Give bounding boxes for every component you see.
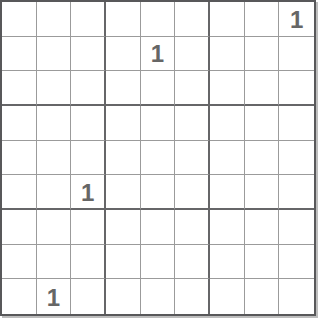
cell-r1c5[interactable] [141, 2, 176, 37]
cell-r6c1[interactable] [2, 175, 37, 210]
cell-r3c1[interactable] [2, 71, 37, 106]
cell-r5c7[interactable] [210, 141, 245, 176]
cell-r5c4[interactable] [106, 141, 141, 176]
cell-r5c2[interactable] [37, 141, 72, 176]
cell-r6c6[interactable] [175, 175, 210, 210]
cell-r9c3[interactable] [71, 279, 106, 314]
cell-r2c6[interactable] [175, 37, 210, 72]
cell-r9c7[interactable] [210, 279, 245, 314]
cell-r1c3[interactable] [71, 2, 106, 37]
cell-r3c7[interactable] [210, 71, 245, 106]
cell-r4c4[interactable] [106, 106, 141, 141]
cell-r1c4[interactable] [106, 2, 141, 37]
cell-r6c2[interactable] [37, 175, 72, 210]
cell-r8c6[interactable] [175, 245, 210, 280]
cell-r5c3[interactable] [71, 141, 106, 176]
cell-r7c5[interactable] [141, 210, 176, 245]
cell-r1c2[interactable] [37, 2, 72, 37]
cell-r4c1[interactable] [2, 106, 37, 141]
cell-r1c7[interactable] [210, 2, 245, 37]
cell-r9c1[interactable] [2, 279, 37, 314]
cell-r2c4[interactable] [106, 37, 141, 72]
cell-r2c8[interactable] [245, 37, 280, 72]
cell-r9c6[interactable] [175, 279, 210, 314]
cell-r2c3[interactable] [71, 37, 106, 72]
cell-r4c3[interactable] [71, 106, 106, 141]
cell-r7c3[interactable] [71, 210, 106, 245]
cell-r4c8[interactable] [245, 106, 280, 141]
cell-r7c7[interactable] [210, 210, 245, 245]
cell-r9c8[interactable] [245, 279, 280, 314]
cell-r6c4[interactable] [106, 175, 141, 210]
cell-r8c1[interactable] [2, 245, 37, 280]
cell-r8c7[interactable] [210, 245, 245, 280]
cell-r4c6[interactable] [175, 106, 210, 141]
cell-r3c5[interactable] [141, 71, 176, 106]
cell-r5c5[interactable] [141, 141, 176, 176]
cell-r1c1[interactable] [2, 2, 37, 37]
cell-r4c7[interactable] [210, 106, 245, 141]
cell-r3c8[interactable] [245, 71, 280, 106]
cell-r2c2[interactable] [37, 37, 72, 72]
cell-r9c9[interactable] [279, 279, 314, 314]
cell-r8c2[interactable] [37, 245, 72, 280]
cell-r6c5[interactable] [141, 175, 176, 210]
cell-r7c8[interactable] [245, 210, 280, 245]
cell-r3c9[interactable] [279, 71, 314, 106]
cell-r6c7[interactable] [210, 175, 245, 210]
cell-r2c9[interactable] [279, 37, 314, 72]
cell-r2c7[interactable] [210, 37, 245, 72]
cell-r7c9[interactable] [279, 210, 314, 245]
cell-r7c2[interactable] [37, 210, 72, 245]
cell-r6c9[interactable] [279, 175, 314, 210]
cell-r9c4[interactable] [106, 279, 141, 314]
cell-r6c3[interactable]: 1 [71, 175, 106, 210]
cell-r7c1[interactable] [2, 210, 37, 245]
cell-r4c2[interactable] [37, 106, 72, 141]
cell-r5c6[interactable] [175, 141, 210, 176]
cell-r6c8[interactable] [245, 175, 280, 210]
cell-r7c6[interactable] [175, 210, 210, 245]
cell-r4c9[interactable] [279, 106, 314, 141]
cell-r8c8[interactable] [245, 245, 280, 280]
cell-r2c5[interactable]: 1 [141, 37, 176, 72]
sudoku-board: 1111 [0, 0, 316, 316]
cell-r4c5[interactable] [141, 106, 176, 141]
cell-r3c4[interactable] [106, 71, 141, 106]
cell-r8c5[interactable] [141, 245, 176, 280]
cell-r7c4[interactable] [106, 210, 141, 245]
cell-r9c2[interactable]: 1 [37, 279, 72, 314]
cell-r3c6[interactable] [175, 71, 210, 106]
cell-r8c3[interactable] [71, 245, 106, 280]
cell-r5c1[interactable] [2, 141, 37, 176]
cell-r2c1[interactable] [2, 37, 37, 72]
cell-r8c9[interactable] [279, 245, 314, 280]
cell-r5c8[interactable] [245, 141, 280, 176]
cell-r3c2[interactable] [37, 71, 72, 106]
cell-r1c9[interactable]: 1 [279, 2, 314, 37]
cell-r1c8[interactable] [245, 2, 280, 37]
cell-r8c4[interactable] [106, 245, 141, 280]
cell-r9c5[interactable] [141, 279, 176, 314]
cell-r3c3[interactable] [71, 71, 106, 106]
cell-r1c6[interactable] [175, 2, 210, 37]
cell-r5c9[interactable] [279, 141, 314, 176]
